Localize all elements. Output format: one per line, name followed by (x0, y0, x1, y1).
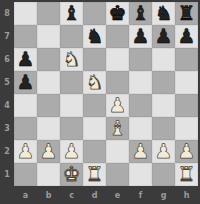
square-g8[interactable]: ♞ (152, 2, 175, 25)
white-knight-c6[interactable]: ♞ (63, 48, 81, 71)
black-knight-d7[interactable]: ♞ (86, 25, 104, 48)
white-pawn-g2[interactable]: ♟ (155, 140, 173, 163)
square-g1[interactable] (152, 163, 175, 186)
square-g5[interactable] (152, 71, 175, 94)
square-a3[interactable] (14, 117, 37, 140)
square-d3[interactable] (83, 117, 106, 140)
square-e2[interactable] (106, 140, 129, 163)
white-pawn-e4[interactable]: ♟ (109, 94, 127, 117)
square-d6[interactable] (83, 48, 106, 71)
square-e1[interactable] (106, 163, 129, 186)
square-f4[interactable] (129, 94, 152, 117)
square-c2[interactable]: ♟ (60, 140, 83, 163)
rank-label-1: 1 (0, 163, 14, 186)
square-e7[interactable] (106, 25, 129, 48)
file-label-f: f (129, 186, 152, 204)
black-king-e8[interactable]: ♚ (109, 2, 127, 25)
file-label-a: a (14, 186, 37, 204)
square-c1[interactable]: ♚ (60, 163, 83, 186)
black-rook-h8[interactable]: ♜ (178, 2, 196, 25)
white-bishop-e3[interactable]: ♝ (109, 117, 127, 140)
rank-label-7: 7 (0, 25, 14, 48)
rank-labels: 87654321 (0, 2, 14, 186)
square-e4[interactable]: ♟ (106, 94, 129, 117)
square-c6[interactable]: ♞ (60, 48, 83, 71)
square-e3[interactable]: ♝ (106, 117, 129, 140)
square-h2[interactable]: ♟ (175, 140, 198, 163)
square-d5[interactable]: ♞ (83, 71, 106, 94)
black-pawn-f7[interactable]: ♟ (132, 25, 150, 48)
chess-board[interactable]: ♝♚♝♞♜♞♟♟♟♟♞♟♞♟♝♟♟♟♟♟♟♚♜♜ (14, 2, 198, 186)
square-d8[interactable] (83, 2, 106, 25)
file-label-h: h (175, 186, 198, 204)
square-a1[interactable] (14, 163, 37, 186)
file-label-e: e (106, 186, 129, 204)
square-c7[interactable] (60, 25, 83, 48)
square-d7[interactable]: ♞ (83, 25, 106, 48)
square-h6[interactable] (175, 48, 198, 71)
black-pawn-a5[interactable]: ♟ (17, 71, 35, 94)
square-c8[interactable]: ♝ (60, 2, 83, 25)
white-king-c1[interactable]: ♚ (63, 163, 81, 186)
square-h8[interactable]: ♜ (175, 2, 198, 25)
black-pawn-h7[interactable]: ♟ (178, 25, 196, 48)
square-c5[interactable] (60, 71, 83, 94)
square-b8[interactable] (37, 2, 60, 25)
square-h5[interactable] (175, 71, 198, 94)
square-a5[interactable]: ♟ (14, 71, 37, 94)
square-h4[interactable] (175, 94, 198, 117)
file-label-b: b (37, 186, 60, 204)
square-c4[interactable] (60, 94, 83, 117)
rank-label-4: 4 (0, 94, 14, 117)
square-f3[interactable] (129, 117, 152, 140)
white-pawn-a2[interactable]: ♟ (17, 140, 35, 163)
square-f5[interactable] (129, 71, 152, 94)
rank-label-6: 6 (0, 48, 14, 71)
white-pawn-b2[interactable]: ♟ (40, 140, 58, 163)
square-b2[interactable]: ♟ (37, 140, 60, 163)
black-pawn-a6[interactable]: ♟ (17, 48, 35, 71)
square-g7[interactable]: ♟ (152, 25, 175, 48)
file-labels: abcdefgh (14, 186, 198, 204)
square-h3[interactable] (175, 117, 198, 140)
rank-label-5: 5 (0, 71, 14, 94)
chess-board-frame: 87654321 ♝♚♝♞♜♞♟♟♟♟♞♟♞♟♝♟♟♟♟♟♟♚♜♜ abcdef… (0, 0, 200, 204)
square-f2[interactable]: ♟ (129, 140, 152, 163)
square-d2[interactable] (83, 140, 106, 163)
square-g6[interactable] (152, 48, 175, 71)
square-e8[interactable]: ♚ (106, 2, 129, 25)
white-pawn-c2[interactable]: ♟ (63, 140, 81, 163)
square-f8[interactable]: ♝ (129, 2, 152, 25)
square-b5[interactable] (37, 71, 60, 94)
white-pawn-f2[interactable]: ♟ (132, 140, 150, 163)
file-label-g: g (152, 186, 175, 204)
black-bishop-c8[interactable]: ♝ (63, 2, 81, 25)
square-f1[interactable] (129, 163, 152, 186)
square-f6[interactable] (129, 48, 152, 71)
rank-label-8: 8 (0, 2, 14, 25)
square-g3[interactable] (152, 117, 175, 140)
white-knight-d5[interactable]: ♞ (86, 71, 104, 94)
white-rook-h1[interactable]: ♜ (178, 163, 196, 186)
square-a8[interactable] (14, 2, 37, 25)
square-a7[interactable] (14, 25, 37, 48)
square-f7[interactable]: ♟ (129, 25, 152, 48)
square-e6[interactable] (106, 48, 129, 71)
square-a6[interactable]: ♟ (14, 48, 37, 71)
file-label-d: d (83, 186, 106, 204)
square-b4[interactable] (37, 94, 60, 117)
black-pawn-g7[interactable]: ♟ (155, 25, 173, 48)
black-bishop-f8[interactable]: ♝ (132, 2, 150, 25)
rank-label-2: 2 (0, 140, 14, 163)
white-rook-d1[interactable]: ♜ (86, 163, 104, 186)
square-b3[interactable] (37, 117, 60, 140)
square-g4[interactable] (152, 94, 175, 117)
square-d1[interactable]: ♜ (83, 163, 106, 186)
rank-label-3: 3 (0, 117, 14, 140)
square-a4[interactable] (14, 94, 37, 117)
square-d4[interactable] (83, 94, 106, 117)
square-e5[interactable] (106, 71, 129, 94)
black-knight-g8[interactable]: ♞ (155, 2, 173, 25)
square-g2[interactable]: ♟ (152, 140, 175, 163)
white-pawn-h2[interactable]: ♟ (178, 140, 196, 163)
file-label-c: c (60, 186, 83, 204)
square-b1[interactable] (37, 163, 60, 186)
square-b7[interactable] (37, 25, 60, 48)
square-h1[interactable]: ♜ (175, 163, 198, 186)
square-c3[interactable] (60, 117, 83, 140)
square-b6[interactable] (37, 48, 60, 71)
square-h7[interactable]: ♟ (175, 25, 198, 48)
square-a2[interactable]: ♟ (14, 140, 37, 163)
